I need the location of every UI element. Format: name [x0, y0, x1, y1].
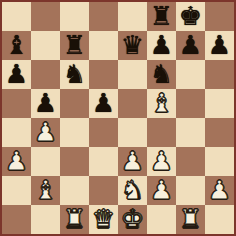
- square-b4[interactable]: ♟: [31, 118, 60, 147]
- square-h7[interactable]: ♟: [205, 31, 234, 60]
- square-a2[interactable]: [2, 176, 31, 205]
- square-a5[interactable]: [2, 89, 31, 118]
- square-d1[interactable]: ♛: [89, 205, 118, 234]
- square-e4[interactable]: [118, 118, 147, 147]
- square-c8[interactable]: [60, 2, 89, 31]
- square-c3[interactable]: [60, 147, 89, 176]
- square-g7[interactable]: ♟: [176, 31, 205, 60]
- square-c4[interactable]: [60, 118, 89, 147]
- square-h3[interactable]: [205, 147, 234, 176]
- square-f6[interactable]: ♞: [147, 60, 176, 89]
- square-e5[interactable]: [118, 89, 147, 118]
- square-e2[interactable]: ♞: [118, 176, 147, 205]
- square-f8[interactable]: ♜: [147, 2, 176, 31]
- square-e3[interactable]: ♟: [118, 147, 147, 176]
- white-pawn-piece: ♟: [205, 176, 234, 205]
- square-a4[interactable]: [2, 118, 31, 147]
- square-e7[interactable]: ♛: [118, 31, 147, 60]
- square-h5[interactable]: [205, 89, 234, 118]
- black-pawn-piece: ♟: [205, 31, 234, 60]
- square-g5[interactable]: [176, 89, 205, 118]
- square-e1[interactable]: ♚: [118, 205, 147, 234]
- square-c1[interactable]: ♜: [60, 205, 89, 234]
- square-e6[interactable]: [118, 60, 147, 89]
- white-pawn-piece: ♟: [118, 147, 147, 176]
- square-g4[interactable]: [176, 118, 205, 147]
- black-king-piece: ♚: [176, 2, 205, 31]
- white-pawn-piece: ♟: [147, 176, 176, 205]
- square-b7[interactable]: [31, 31, 60, 60]
- square-c7[interactable]: ♜: [60, 31, 89, 60]
- square-d6[interactable]: [89, 60, 118, 89]
- chessboard-frame: ♜♚♝♜♛♟♟♟♟♞♞♟♟♝♟♟♟♟♝♞♟♟♜♛♚♜: [0, 0, 236, 236]
- white-pawn-piece: ♟: [2, 147, 31, 176]
- square-a1[interactable]: [2, 205, 31, 234]
- black-pawn-piece: ♟: [31, 89, 60, 118]
- square-g6[interactable]: [176, 60, 205, 89]
- square-d3[interactable]: [89, 147, 118, 176]
- square-f3[interactable]: ♟: [147, 147, 176, 176]
- square-g2[interactable]: [176, 176, 205, 205]
- white-bishop-piece: ♝: [147, 89, 176, 118]
- black-knight-piece: ♞: [60, 60, 89, 89]
- square-b8[interactable]: [31, 2, 60, 31]
- black-queen-piece: ♛: [118, 31, 147, 60]
- square-g3[interactable]: [176, 147, 205, 176]
- square-g8[interactable]: ♚: [176, 2, 205, 31]
- black-knight-piece: ♞: [147, 60, 176, 89]
- square-f1[interactable]: [147, 205, 176, 234]
- square-c2[interactable]: [60, 176, 89, 205]
- square-a8[interactable]: [2, 2, 31, 31]
- white-queen-piece: ♛: [89, 205, 118, 234]
- square-h6[interactable]: [205, 60, 234, 89]
- square-b3[interactable]: [31, 147, 60, 176]
- square-a7[interactable]: ♝: [2, 31, 31, 60]
- square-f7[interactable]: ♟: [147, 31, 176, 60]
- square-d8[interactable]: [89, 2, 118, 31]
- chessboard: ♜♚♝♜♛♟♟♟♟♞♞♟♟♝♟♟♟♟♝♞♟♟♜♛♚♜: [2, 2, 234, 234]
- square-h2[interactable]: ♟: [205, 176, 234, 205]
- black-pawn-piece: ♟: [89, 89, 118, 118]
- white-rook-piece: ♜: [176, 205, 205, 234]
- square-f2[interactable]: ♟: [147, 176, 176, 205]
- square-h8[interactable]: [205, 2, 234, 31]
- square-d4[interactable]: [89, 118, 118, 147]
- white-pawn-piece: ♟: [31, 118, 60, 147]
- square-b6[interactable]: [31, 60, 60, 89]
- square-h1[interactable]: [205, 205, 234, 234]
- square-d7[interactable]: [89, 31, 118, 60]
- square-f4[interactable]: [147, 118, 176, 147]
- square-c5[interactable]: [60, 89, 89, 118]
- black-pawn-piece: ♟: [147, 31, 176, 60]
- black-bishop-piece: ♝: [2, 31, 31, 60]
- black-rook-piece: ♜: [147, 2, 176, 31]
- square-d2[interactable]: [89, 176, 118, 205]
- square-b1[interactable]: [31, 205, 60, 234]
- black-pawn-piece: ♟: [2, 60, 31, 89]
- square-c6[interactable]: ♞: [60, 60, 89, 89]
- square-e8[interactable]: [118, 2, 147, 31]
- black-pawn-piece: ♟: [176, 31, 205, 60]
- white-knight-piece: ♞: [118, 176, 147, 205]
- black-rook-piece: ♜: [60, 31, 89, 60]
- square-a3[interactable]: ♟: [2, 147, 31, 176]
- square-f5[interactable]: ♝: [147, 89, 176, 118]
- square-d5[interactable]: ♟: [89, 89, 118, 118]
- white-bishop-piece: ♝: [31, 176, 60, 205]
- square-a6[interactable]: ♟: [2, 60, 31, 89]
- square-g1[interactable]: ♜: [176, 205, 205, 234]
- square-h4[interactable]: [205, 118, 234, 147]
- white-king-piece: ♚: [118, 205, 147, 234]
- white-rook-piece: ♜: [60, 205, 89, 234]
- square-b2[interactable]: ♝: [31, 176, 60, 205]
- white-pawn-piece: ♟: [147, 147, 176, 176]
- square-b5[interactable]: ♟: [31, 89, 60, 118]
